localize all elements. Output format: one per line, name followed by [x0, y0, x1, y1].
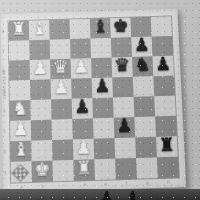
square-f8[interactable]: ♚: [110, 18, 131, 38]
piece-white-pawn[interactable]: ♟: [73, 135, 94, 158]
piece-black-knight[interactable]: ♞: [132, 53, 153, 75]
chess-board: ♜♝♝♚♟♟♛♟♛♞♟♟♟♞♟♟♟♝♟♜♚♜ 87654321 abcdefgh…: [1, 9, 187, 193]
square-d6[interactable]: ♟: [71, 58, 92, 79]
square-f1[interactable]: [115, 158, 137, 179]
piece-black-pawn[interactable]: ♟: [131, 33, 152, 55]
square-e2[interactable]: [94, 138, 116, 159]
square-b8[interactable]: ♝: [29, 20, 50, 40]
square-b1[interactable]: ♚: [32, 161, 53, 182]
square-g4[interactable]: [134, 96, 156, 117]
piece-black-rook[interactable]: ♜: [156, 132, 178, 155]
square-e7[interactable]: [90, 38, 111, 58]
board-brand-text: CHESS HOUSE: [2, 70, 6, 98]
square-b6[interactable]: ♟: [30, 59, 51, 80]
rank-label-4: 4: [3, 101, 6, 121]
square-e1[interactable]: [94, 159, 116, 180]
square-g1[interactable]: [136, 157, 158, 178]
piece-black-king[interactable]: ♚: [110, 14, 131, 36]
file-label-d: d: [74, 181, 95, 189]
square-h8[interactable]: [151, 16, 172, 36]
square-h2[interactable]: ♜: [156, 136, 178, 157]
square-h4[interactable]: [154, 96, 176, 117]
piece-white-bishop[interactable]: ♝: [29, 16, 50, 38]
square-b3[interactable]: [31, 120, 52, 141]
square-f3[interactable]: ♟: [114, 117, 136, 138]
piece-white-rook[interactable]: ♜: [8, 17, 29, 39]
piece-black-pawn[interactable]: ♟: [92, 74, 113, 96]
square-d4[interactable]: ♟: [72, 98, 93, 119]
file-label-e: e: [95, 180, 116, 188]
square-d1[interactable]: ♜: [73, 159, 95, 180]
square-f6[interactable]: ♛: [112, 57, 133, 78]
square-e8[interactable]: ♝: [90, 18, 111, 38]
square-g3[interactable]: [134, 116, 156, 137]
piece-white-king[interactable]: ♚: [31, 157, 52, 180]
piece-white-queen[interactable]: ♛: [50, 55, 71, 77]
piece-white-bishop[interactable]: ♝: [10, 137, 31, 160]
square-a7[interactable]: [9, 40, 30, 60]
photo-scene: ♜♝♝♚♟♟♛♟♛♞♟♟♟♞♟♟♟♝♟♜♚♜ 87654321 abcdefgh…: [0, 0, 200, 200]
piece-black-queen[interactable]: ♛: [111, 53, 132, 75]
rank-label-1: 1: [4, 162, 7, 183]
piece-white-pawn[interactable]: ♟: [30, 56, 51, 78]
rank-label-2: 2: [3, 141, 6, 162]
square-g5[interactable]: [133, 76, 154, 97]
square-c2[interactable]: [52, 139, 73, 160]
square-c8[interactable]: [49, 19, 70, 39]
square-g2[interactable]: [135, 137, 157, 158]
piece-white-knight[interactable]: ♞: [10, 96, 31, 118]
square-f5[interactable]: [112, 77, 133, 98]
square-c1[interactable]: [52, 160, 73, 181]
rank-label-7: 7: [2, 41, 5, 61]
square-a8[interactable]: ♜: [9, 21, 30, 41]
file-label-f: f: [116, 180, 137, 188]
piece-black-pawn[interactable]: ♟: [72, 94, 93, 116]
square-h5[interactable]: [153, 76, 175, 97]
square-b4[interactable]: [30, 99, 51, 120]
rank-label-8: 8: [2, 21, 5, 41]
square-g6[interactable]: ♞: [132, 56, 153, 77]
square-a2[interactable]: ♝: [10, 141, 31, 162]
piece-white-pawn[interactable]: ♟: [50, 75, 71, 97]
square-e4[interactable]: [92, 97, 113, 118]
file-label-h: h: [158, 178, 179, 186]
piece-white-rook[interactable]: ♜: [73, 156, 95, 179]
piece-white-pawn[interactable]: ♟: [10, 117, 31, 140]
square-f2[interactable]: [114, 137, 136, 158]
piece-black-bishop[interactable]: ♝: [90, 15, 111, 37]
square-e5[interactable]: ♟: [92, 77, 113, 98]
square-b5[interactable]: [30, 79, 51, 100]
square-c4[interactable]: [51, 99, 72, 120]
captured-black-pawn: ♟: [100, 188, 113, 200]
square-h1[interactable]: [157, 157, 179, 178]
square-h6[interactable]: ♟: [152, 56, 173, 77]
square-c5[interactable]: ♟: [51, 79, 72, 100]
piece-black-pawn[interactable]: ♟: [114, 113, 136, 136]
captured-black-bishop: ♝: [126, 188, 139, 200]
piece-black-pawn[interactable]: ♟: [152, 52, 173, 74]
square-d8[interactable]: [69, 19, 90, 39]
square-a6[interactable]: [9, 60, 30, 81]
board-grid: ♜♝♝♚♟♟♛♟♛♞♟♟♟♞♟♟♟♝♟♜♚♜: [9, 16, 179, 182]
square-e3[interactable]: [93, 118, 114, 139]
file-label-g: g: [137, 179, 158, 187]
rank-labels: 87654321: [2, 21, 7, 182]
piece-white-pawn[interactable]: ♟: [70, 55, 91, 77]
rank-label-3: 3: [3, 121, 6, 141]
square-c3[interactable]: [52, 119, 73, 140]
